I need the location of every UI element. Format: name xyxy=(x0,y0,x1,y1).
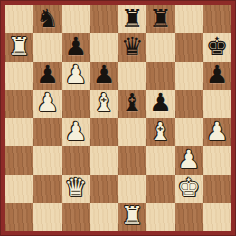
square-c2[interactable]: ♛ xyxy=(62,175,90,203)
square-g5[interactable] xyxy=(175,90,203,118)
square-e2[interactable] xyxy=(118,175,146,203)
piece-white-pawn[interactable]: ♟ xyxy=(36,90,58,115)
square-a4[interactable] xyxy=(5,118,33,146)
square-b8[interactable]: ♞ xyxy=(33,5,61,33)
square-e5[interactable]: ♝ xyxy=(118,90,146,118)
square-h7[interactable]: ♚ xyxy=(203,33,231,61)
piece-white-queen[interactable]: ♛ xyxy=(64,175,86,200)
square-f5[interactable]: ♟ xyxy=(146,90,174,118)
square-g4[interactable] xyxy=(175,118,203,146)
square-a5[interactable] xyxy=(5,90,33,118)
square-c4[interactable]: ♟ xyxy=(62,118,90,146)
piece-white-bishop[interactable]: ♝ xyxy=(149,119,171,144)
square-h8[interactable] xyxy=(203,5,231,33)
piece-white-bishop[interactable]: ♝ xyxy=(93,90,115,115)
square-e6[interactable] xyxy=(118,62,146,90)
square-g6[interactable] xyxy=(175,62,203,90)
piece-black-pawn[interactable]: ♟ xyxy=(206,62,228,87)
square-h3[interactable] xyxy=(203,146,231,174)
piece-black-bishop[interactable]: ♝ xyxy=(121,90,143,115)
chess-board: ♞♜♜♜♟♛♚♟♟♟♟♟♝♝♟♟♝♟♟♛♚♜ xyxy=(5,5,231,231)
piece-white-pawn[interactable]: ♟ xyxy=(206,119,228,144)
square-e1[interactable]: ♜ xyxy=(118,203,146,231)
piece-white-rook[interactable]: ♜ xyxy=(8,34,30,59)
piece-white-pawn[interactable]: ♟ xyxy=(64,62,86,87)
square-a1[interactable] xyxy=(5,203,33,231)
square-g8[interactable] xyxy=(175,5,203,33)
piece-black-pawn[interactable]: ♟ xyxy=(149,90,171,115)
square-e7[interactable]: ♛ xyxy=(118,33,146,61)
square-f6[interactable] xyxy=(146,62,174,90)
square-c3[interactable] xyxy=(62,146,90,174)
square-h4[interactable]: ♟ xyxy=(203,118,231,146)
square-g3[interactable]: ♟ xyxy=(175,146,203,174)
square-d1[interactable] xyxy=(90,203,118,231)
square-b5[interactable]: ♟ xyxy=(33,90,61,118)
square-b1[interactable] xyxy=(33,203,61,231)
square-f3[interactable] xyxy=(146,146,174,174)
square-a2[interactable] xyxy=(5,175,33,203)
piece-white-pawn[interactable]: ♟ xyxy=(64,119,86,144)
square-g1[interactable] xyxy=(175,203,203,231)
square-f2[interactable] xyxy=(146,175,174,203)
square-a8[interactable] xyxy=(5,5,33,33)
square-b7[interactable] xyxy=(33,33,61,61)
piece-black-rook[interactable]: ♜ xyxy=(121,6,143,31)
piece-black-rook[interactable]: ♜ xyxy=(149,6,171,31)
square-d8[interactable] xyxy=(90,5,118,33)
square-g7[interactable] xyxy=(175,33,203,61)
square-c1[interactable] xyxy=(62,203,90,231)
piece-black-pawn[interactable]: ♟ xyxy=(64,34,86,59)
square-d3[interactable] xyxy=(90,146,118,174)
square-a3[interactable] xyxy=(5,146,33,174)
square-d7[interactable] xyxy=(90,33,118,61)
square-e8[interactable]: ♜ xyxy=(118,5,146,33)
square-h1[interactable] xyxy=(203,203,231,231)
square-h2[interactable] xyxy=(203,175,231,203)
square-b4[interactable] xyxy=(33,118,61,146)
square-d2[interactable] xyxy=(90,175,118,203)
square-d6[interactable]: ♟ xyxy=(90,62,118,90)
square-b6[interactable]: ♟ xyxy=(33,62,61,90)
square-c5[interactable] xyxy=(62,90,90,118)
square-a6[interactable] xyxy=(5,62,33,90)
square-f4[interactable]: ♝ xyxy=(146,118,174,146)
piece-black-queen[interactable]: ♛ xyxy=(121,34,143,59)
piece-black-pawn[interactable]: ♟ xyxy=(93,62,115,87)
square-f8[interactable]: ♜ xyxy=(146,5,174,33)
piece-white-rook[interactable]: ♜ xyxy=(121,203,143,228)
square-b2[interactable] xyxy=(33,175,61,203)
square-f1[interactable] xyxy=(146,203,174,231)
square-c8[interactable] xyxy=(62,5,90,33)
square-c6[interactable]: ♟ xyxy=(62,62,90,90)
square-e4[interactable] xyxy=(118,118,146,146)
square-h6[interactable]: ♟ xyxy=(203,62,231,90)
square-a7[interactable]: ♜ xyxy=(5,33,33,61)
piece-black-knight[interactable]: ♞ xyxy=(36,6,58,31)
square-h5[interactable] xyxy=(203,90,231,118)
piece-white-pawn[interactable]: ♟ xyxy=(177,147,199,172)
piece-black-king[interactable]: ♚ xyxy=(206,34,228,59)
square-d5[interactable]: ♝ xyxy=(90,90,118,118)
square-b3[interactable] xyxy=(33,146,61,174)
square-c7[interactable]: ♟ xyxy=(62,33,90,61)
square-f7[interactable] xyxy=(146,33,174,61)
square-g2[interactable]: ♚ xyxy=(175,175,203,203)
square-e3[interactable] xyxy=(118,146,146,174)
piece-white-king[interactable]: ♚ xyxy=(177,175,199,200)
square-d4[interactable] xyxy=(90,118,118,146)
piece-black-pawn[interactable]: ♟ xyxy=(36,62,58,87)
board-frame: ♞♜♜♜♟♛♚♟♟♟♟♟♝♝♟♟♝♟♟♛♚♜ xyxy=(0,0,236,236)
